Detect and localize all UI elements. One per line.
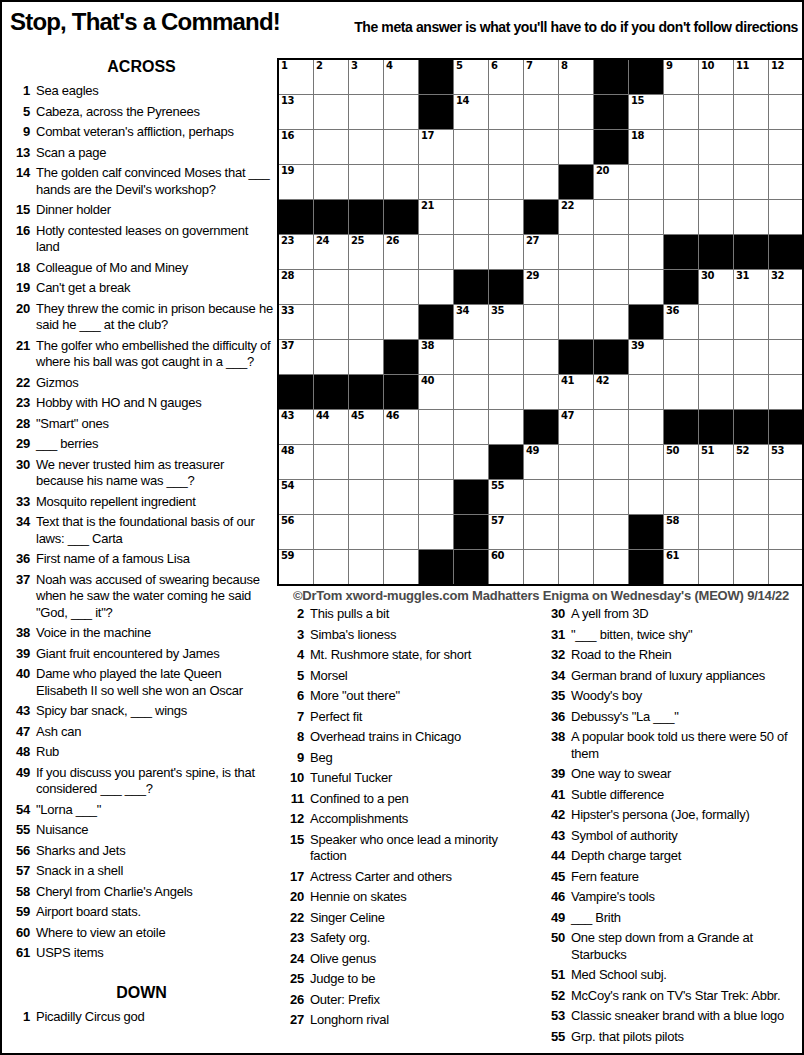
cell-r10c7[interactable] bbox=[489, 375, 523, 409]
clue-number: 9 bbox=[284, 750, 304, 767]
clue-number: 5 bbox=[10, 104, 30, 121]
cell-r8c9[interactable] bbox=[559, 305, 593, 339]
black-cell-r10c4 bbox=[384, 375, 418, 409]
clue-number: 36 bbox=[545, 709, 565, 726]
cell-r12c2[interactable] bbox=[314, 445, 348, 479]
clue-text: Combat veteran's affliction, perhaps bbox=[36, 124, 273, 141]
clue-text: Cheryl from Charlie's Angels bbox=[36, 884, 273, 901]
clue-text: Beg bbox=[310, 750, 536, 767]
cell-r15c15[interactable] bbox=[769, 550, 803, 584]
clue-across-16: 16Hotly contested leases on government l… bbox=[10, 223, 273, 256]
clue-across-23: 23Hobby with HO and N gauges bbox=[10, 395, 273, 412]
cell-r13c3[interactable] bbox=[349, 480, 383, 514]
clue-down-15: 15Speaker who once lead a minority facti… bbox=[284, 832, 536, 865]
cell-r4c14[interactable] bbox=[734, 165, 768, 199]
cell-r3c12[interactable] bbox=[664, 130, 698, 164]
cell-r9c13[interactable] bbox=[699, 340, 733, 374]
black-cell-r5c1 bbox=[279, 200, 313, 234]
cell-r4c1[interactable]: 19 bbox=[279, 165, 313, 199]
black-cell-r5c3 bbox=[349, 200, 383, 234]
black-cell-r7c6 bbox=[454, 270, 488, 304]
cell-r13c2[interactable] bbox=[314, 480, 348, 514]
cell-r11c10[interactable] bbox=[594, 410, 628, 444]
cell-r7c10[interactable] bbox=[594, 270, 628, 304]
cell-r12c12[interactable]: 50 bbox=[664, 445, 698, 479]
clue-down-49: 49___ Brith bbox=[545, 910, 804, 927]
clue-number: 33 bbox=[10, 494, 30, 511]
cell-number: 28 bbox=[281, 270, 294, 281]
cell-r9c11[interactable]: 39 bbox=[629, 340, 663, 374]
cell-r13c5[interactable] bbox=[419, 480, 453, 514]
cell-r4c15[interactable] bbox=[769, 165, 803, 199]
cell-r4c5[interactable] bbox=[419, 165, 453, 199]
black-cell-r6c13 bbox=[699, 235, 733, 269]
cell-r11c4[interactable]: 46 bbox=[384, 410, 418, 444]
cell-r15c14[interactable] bbox=[734, 550, 768, 584]
clue-down-38: 38A popular book told us there were 50 o… bbox=[545, 729, 804, 762]
clue-number: 39 bbox=[545, 766, 565, 783]
black-cell-r11c15 bbox=[769, 410, 803, 444]
cell-r3c15[interactable] bbox=[769, 130, 803, 164]
cell-r8c14[interactable] bbox=[734, 305, 768, 339]
clue-down-6: 6More "out there" bbox=[284, 688, 536, 705]
cell-r3c5[interactable]: 17 bbox=[419, 130, 453, 164]
cell-r12c4[interactable] bbox=[384, 445, 418, 479]
clue-down-4: 4Mt. Rushmore state, for short bbox=[284, 647, 536, 664]
clue-down-41: 41Subtle difference bbox=[545, 787, 804, 804]
clue-down-20: 20Hennie on skates bbox=[284, 889, 536, 906]
cell-r9c1[interactable]: 37 bbox=[279, 340, 313, 374]
cell-r3c7[interactable] bbox=[489, 130, 523, 164]
clue-down-45: 45Fern feature bbox=[545, 869, 804, 886]
clue-across-43: 43Spicy bar snack, ___ wings bbox=[10, 703, 273, 720]
clue-text: Longhorn rival bbox=[310, 1012, 536, 1029]
cell-r10c5[interactable]: 40 bbox=[419, 375, 453, 409]
cell-r5c15[interactable] bbox=[769, 200, 803, 234]
clue-across-58: 58Cheryl from Charlie's Angels bbox=[10, 884, 273, 901]
cell-number: 1 bbox=[281, 60, 287, 71]
clue-number: 6 bbox=[284, 688, 304, 705]
cell-r2c8[interactable] bbox=[524, 95, 558, 129]
cell-number: 6 bbox=[491, 60, 497, 71]
clue-number: 29 bbox=[10, 436, 30, 453]
clue-across-21: 21The golfer who embellished the difficu… bbox=[10, 338, 273, 371]
cell-r7c1[interactable]: 28 bbox=[279, 270, 313, 304]
cell-r8c10[interactable] bbox=[594, 305, 628, 339]
clue-down-9: 9Beg bbox=[284, 750, 536, 767]
clue-across-20: 20They threw the comic in prison because… bbox=[10, 301, 273, 334]
cell-r10c8[interactable] bbox=[524, 375, 558, 409]
cell-r12c3[interactable] bbox=[349, 445, 383, 479]
clue-across-39: 39Giant fruit encountered by James bbox=[10, 646, 273, 663]
clue-text: Voice in the machine bbox=[36, 625, 273, 642]
cell-r6c7[interactable] bbox=[489, 235, 523, 269]
cell-r15c12[interactable]: 61 bbox=[664, 550, 698, 584]
clue-number: 20 bbox=[284, 889, 304, 906]
cell-number: 12 bbox=[771, 60, 784, 71]
cell-r1c3[interactable]: 3 bbox=[349, 60, 383, 94]
cell-number: 9 bbox=[666, 60, 672, 71]
clue-across-9: 9Combat veteran's affliction, perhaps bbox=[10, 124, 273, 141]
cell-r6c5[interactable] bbox=[419, 235, 453, 269]
cell-r7c3[interactable] bbox=[349, 270, 383, 304]
cell-r8c4[interactable] bbox=[384, 305, 418, 339]
cell-r9c3[interactable] bbox=[349, 340, 383, 374]
black-cell-r11c14 bbox=[734, 410, 768, 444]
cell-r13c11[interactable] bbox=[629, 480, 663, 514]
black-cell-r15c5 bbox=[419, 550, 453, 584]
clue-number: 5 bbox=[284, 668, 304, 685]
clue-down-39: 39One way to swear bbox=[545, 766, 804, 783]
cell-r15c4[interactable] bbox=[384, 550, 418, 584]
cell-r5c6[interactable] bbox=[454, 200, 488, 234]
cell-r1c9[interactable]: 8 bbox=[559, 60, 593, 94]
cell-r11c2[interactable]: 44 bbox=[314, 410, 348, 444]
cell-r15c7[interactable]: 60 bbox=[489, 550, 523, 584]
cell-r5c5[interactable]: 21 bbox=[419, 200, 453, 234]
cell-r12c6[interactable] bbox=[454, 445, 488, 479]
cell-number: 44 bbox=[316, 410, 329, 421]
clue-number: 13 bbox=[10, 145, 30, 162]
cell-r6c9[interactable] bbox=[559, 235, 593, 269]
cell-r1c15[interactable]: 12 bbox=[769, 60, 803, 94]
cell-r14c2[interactable] bbox=[314, 515, 348, 549]
clue-text: Gizmos bbox=[36, 375, 273, 392]
cell-r15c8[interactable] bbox=[524, 550, 558, 584]
cell-r5c12[interactable] bbox=[664, 200, 698, 234]
cell-r14c3[interactable] bbox=[349, 515, 383, 549]
cell-r1c2[interactable]: 2 bbox=[314, 60, 348, 94]
cell-r5c13[interactable] bbox=[699, 200, 733, 234]
cell-r6c11[interactable] bbox=[629, 235, 663, 269]
clue-number: 44 bbox=[545, 848, 565, 865]
cell-r13c8[interactable] bbox=[524, 480, 558, 514]
clue-text: ___ Brith bbox=[571, 910, 804, 927]
cell-r7c5[interactable] bbox=[419, 270, 453, 304]
cell-r12c9[interactable] bbox=[559, 445, 593, 479]
cell-r14c13[interactable] bbox=[699, 515, 733, 549]
cell-r3c1[interactable]: 16 bbox=[279, 130, 313, 164]
cell-r7c13[interactable]: 30 bbox=[699, 270, 733, 304]
clue-down-30: 30A yell from 3D bbox=[545, 606, 804, 623]
cell-r8c13[interactable] bbox=[699, 305, 733, 339]
cell-r11c7[interactable] bbox=[489, 410, 523, 444]
clue-number: 11 bbox=[284, 791, 304, 808]
clue-down-26: 26Outer: Prefix bbox=[284, 992, 536, 1009]
cell-r15c10[interactable] bbox=[594, 550, 628, 584]
clue-number: 32 bbox=[545, 647, 565, 664]
cell-r2c7[interactable] bbox=[489, 95, 523, 129]
clue-text: Fern feature bbox=[571, 869, 804, 886]
clue-number: 7 bbox=[284, 709, 304, 726]
cell-r1c6[interactable]: 5 bbox=[454, 60, 488, 94]
cell-r14c15[interactable] bbox=[769, 515, 803, 549]
cell-r14c1[interactable]: 56 bbox=[279, 515, 313, 549]
cell-r8c1[interactable]: 33 bbox=[279, 305, 313, 339]
cell-r2c2[interactable] bbox=[314, 95, 348, 129]
cell-r9c15[interactable] bbox=[769, 340, 803, 374]
cell-r3c9[interactable] bbox=[559, 130, 593, 164]
cell-r4c13[interactable] bbox=[699, 165, 733, 199]
cell-r2c13[interactable] bbox=[699, 95, 733, 129]
cell-r13c14[interactable] bbox=[734, 480, 768, 514]
cell-r6c4[interactable]: 26 bbox=[384, 235, 418, 269]
clue-down-8: 8Overhead trains in Chicago bbox=[284, 729, 536, 746]
cell-r4c11[interactable] bbox=[629, 165, 663, 199]
black-cell-r9c4 bbox=[384, 340, 418, 374]
cell-r4c10[interactable]: 20 bbox=[594, 165, 628, 199]
cell-r13c15[interactable] bbox=[769, 480, 803, 514]
cell-r4c4[interactable] bbox=[384, 165, 418, 199]
clue-across-57: 57Snack in a shell bbox=[10, 863, 273, 880]
cell-r8c2[interactable] bbox=[314, 305, 348, 339]
cell-r6c2[interactable]: 24 bbox=[314, 235, 348, 269]
cell-r2c9[interactable] bbox=[559, 95, 593, 129]
black-cell-r7c12 bbox=[664, 270, 698, 304]
cell-r8c8[interactable] bbox=[524, 305, 558, 339]
cell-number: 26 bbox=[386, 235, 399, 246]
cell-r5c9[interactable]: 22 bbox=[559, 200, 593, 234]
cell-r3c14[interactable] bbox=[734, 130, 768, 164]
cell-r13c7[interactable]: 55 bbox=[489, 480, 523, 514]
cell-r2c11[interactable]: 15 bbox=[629, 95, 663, 129]
cell-number: 57 bbox=[491, 515, 504, 526]
cell-number: 45 bbox=[351, 410, 364, 421]
cell-number: 8 bbox=[561, 60, 567, 71]
cell-r12c1[interactable]: 48 bbox=[279, 445, 313, 479]
clue-text: Judge to be bbox=[310, 971, 536, 988]
black-cell-r11c8 bbox=[524, 410, 558, 444]
black-cell-r10c2 bbox=[314, 375, 348, 409]
black-cell-r14c6 bbox=[454, 515, 488, 549]
cell-r6c8[interactable]: 27 bbox=[524, 235, 558, 269]
cell-r3c3[interactable] bbox=[349, 130, 383, 164]
cell-r14c5[interactable] bbox=[419, 515, 453, 549]
cell-r2c15[interactable] bbox=[769, 95, 803, 129]
black-cell-r14c11 bbox=[629, 515, 663, 549]
cell-r6c3[interactable]: 25 bbox=[349, 235, 383, 269]
cell-r7c4[interactable] bbox=[384, 270, 418, 304]
cell-r2c1[interactable]: 13 bbox=[279, 95, 313, 129]
cell-r9c8[interactable] bbox=[524, 340, 558, 374]
cell-r12c5[interactable] bbox=[419, 445, 453, 479]
cell-r8c15[interactable] bbox=[769, 305, 803, 339]
cell-number: 19 bbox=[281, 165, 294, 176]
cell-r14c7[interactable]: 57 bbox=[489, 515, 523, 549]
clue-down-36: 36Debussy's "La ___" bbox=[545, 709, 804, 726]
cell-r9c6[interactable] bbox=[454, 340, 488, 374]
cell-r9c5[interactable]: 38 bbox=[419, 340, 453, 374]
cell-r5c10[interactable] bbox=[594, 200, 628, 234]
cell-r10c13[interactable] bbox=[699, 375, 733, 409]
cell-r9c14[interactable] bbox=[734, 340, 768, 374]
clue-number: 20 bbox=[10, 301, 30, 334]
cell-r3c13[interactable] bbox=[699, 130, 733, 164]
clue-text: Spicy bar snack, ___ wings bbox=[36, 703, 273, 720]
cell-r4c12[interactable] bbox=[664, 165, 698, 199]
clue-number: 61 bbox=[10, 945, 30, 962]
cell-r15c2[interactable] bbox=[314, 550, 348, 584]
clue-down-27: 27Longhorn rival bbox=[284, 1012, 536, 1029]
cell-r4c7[interactable] bbox=[489, 165, 523, 199]
cell-number: 58 bbox=[666, 515, 679, 526]
cell-r2c14[interactable] bbox=[734, 95, 768, 129]
cell-r12c14[interactable]: 52 bbox=[734, 445, 768, 479]
clue-text: Text that is the foundational basis of o… bbox=[36, 514, 273, 547]
cell-number: 22 bbox=[561, 200, 574, 211]
cell-r10c9[interactable]: 41 bbox=[559, 375, 593, 409]
clue-across-33: 33Mosquito repellent ingredient bbox=[10, 494, 273, 511]
cell-r14c14[interactable] bbox=[734, 515, 768, 549]
cell-r2c12[interactable] bbox=[664, 95, 698, 129]
clue-number: 30 bbox=[545, 606, 565, 623]
cell-r12c11[interactable] bbox=[629, 445, 663, 479]
clue-number: 15 bbox=[10, 202, 30, 219]
cell-r11c1[interactable]: 43 bbox=[279, 410, 313, 444]
clue-text: Ash can bbox=[36, 724, 273, 741]
cell-r15c3[interactable] bbox=[349, 550, 383, 584]
cell-r11c9[interactable]: 47 bbox=[559, 410, 593, 444]
clue-down-12: 12Accomplishments bbox=[284, 811, 536, 828]
clue-number: 60 bbox=[10, 925, 30, 942]
cell-r14c12[interactable]: 58 bbox=[664, 515, 698, 549]
cell-r1c8[interactable]: 7 bbox=[524, 60, 558, 94]
cell-r10c6[interactable] bbox=[454, 375, 488, 409]
cell-r15c13[interactable] bbox=[699, 550, 733, 584]
cell-r3c6[interactable] bbox=[454, 130, 488, 164]
clue-across-29: 29___ berries bbox=[10, 436, 273, 453]
cell-r11c3[interactable]: 45 bbox=[349, 410, 383, 444]
clue-text: Hobby with HO and N gauges bbox=[36, 395, 273, 412]
cell-r9c7[interactable] bbox=[489, 340, 523, 374]
clue-text: Morsel bbox=[310, 668, 536, 685]
clue-number: 14 bbox=[10, 165, 30, 198]
cell-r13c4[interactable] bbox=[384, 480, 418, 514]
clue-text: Overhead trains in Chicago bbox=[310, 729, 536, 746]
clue-number: 47 bbox=[10, 724, 30, 741]
cell-r10c10[interactable]: 42 bbox=[594, 375, 628, 409]
black-cell-r1c10 bbox=[594, 60, 628, 94]
cell-r13c10[interactable] bbox=[594, 480, 628, 514]
cell-r14c9[interactable] bbox=[559, 515, 593, 549]
clue-across-30: 30We never trusted him as treasurer beca… bbox=[10, 457, 273, 490]
cell-r9c12[interactable] bbox=[664, 340, 698, 374]
cell-r9c2[interactable] bbox=[314, 340, 348, 374]
clue-number: 36 bbox=[10, 551, 30, 568]
cell-r7c9[interactable] bbox=[559, 270, 593, 304]
cell-r4c8[interactable] bbox=[524, 165, 558, 199]
cell-r13c9[interactable] bbox=[559, 480, 593, 514]
clue-number: 9 bbox=[10, 124, 30, 141]
clue-text: Classic sneaker brand with a blue logo bbox=[571, 1008, 804, 1025]
cell-number: 32 bbox=[771, 270, 784, 281]
cell-r6c10[interactable] bbox=[594, 235, 628, 269]
cell-r15c9[interactable] bbox=[559, 550, 593, 584]
cell-r4c2[interactable] bbox=[314, 165, 348, 199]
clue-text: One way to swear bbox=[571, 766, 804, 783]
cell-r1c12[interactable]: 9 bbox=[664, 60, 698, 94]
cell-r4c6[interactable] bbox=[454, 165, 488, 199]
cell-r3c8[interactable] bbox=[524, 130, 558, 164]
cell-number: 17 bbox=[421, 130, 434, 141]
cell-r7c8[interactable]: 29 bbox=[524, 270, 558, 304]
clue-number: 26 bbox=[284, 992, 304, 1009]
cell-r15c1[interactable]: 59 bbox=[279, 550, 313, 584]
clue-down-34: 34German brand of luxury appliances bbox=[545, 668, 804, 685]
cell-r14c4[interactable] bbox=[384, 515, 418, 549]
cell-r10c15[interactable] bbox=[769, 375, 803, 409]
cell-r6c1[interactable]: 23 bbox=[279, 235, 313, 269]
cell-r12c8[interactable]: 49 bbox=[524, 445, 558, 479]
cell-r1c4[interactable]: 4 bbox=[384, 60, 418, 94]
cell-r1c14[interactable]: 11 bbox=[734, 60, 768, 94]
cell-r1c1[interactable]: 1 bbox=[279, 60, 313, 94]
cell-r10c14[interactable] bbox=[734, 375, 768, 409]
cell-r14c10[interactable] bbox=[594, 515, 628, 549]
cell-r13c13[interactable] bbox=[699, 480, 733, 514]
clue-across-36: 36First name of a famous Lisa bbox=[10, 551, 273, 568]
clue-number: 1 bbox=[10, 1009, 30, 1026]
clue-text: Debussy's "La ___" bbox=[571, 709, 804, 726]
cell-number: 29 bbox=[526, 270, 539, 281]
cell-r1c13[interactable]: 10 bbox=[699, 60, 733, 94]
cell-r11c11[interactable] bbox=[629, 410, 663, 444]
cell-r7c2[interactable] bbox=[314, 270, 348, 304]
cell-r2c4[interactable] bbox=[384, 95, 418, 129]
cell-r6c6[interactable] bbox=[454, 235, 488, 269]
cell-r11c5[interactable] bbox=[419, 410, 453, 444]
cell-r8c12[interactable]: 36 bbox=[664, 305, 698, 339]
cell-r12c15[interactable]: 53 bbox=[769, 445, 803, 479]
clue-number: 15 bbox=[284, 832, 304, 865]
cell-r14c8[interactable] bbox=[524, 515, 558, 549]
cell-r7c15[interactable]: 32 bbox=[769, 270, 803, 304]
cell-number: 34 bbox=[456, 305, 469, 316]
cell-r4c3[interactable] bbox=[349, 165, 383, 199]
cell-r3c4[interactable] bbox=[384, 130, 418, 164]
cell-number: 33 bbox=[281, 305, 294, 316]
cell-r13c1[interactable]: 54 bbox=[279, 480, 313, 514]
cell-r12c10[interactable] bbox=[594, 445, 628, 479]
cell-r13c12[interactable] bbox=[664, 480, 698, 514]
cell-r10c12[interactable] bbox=[664, 375, 698, 409]
cell-number: 52 bbox=[736, 445, 749, 456]
cell-r2c3[interactable] bbox=[349, 95, 383, 129]
black-cell-r2c5 bbox=[419, 95, 453, 129]
across-clue-list: 1Sea eagles5Cabeza, across the Pyrenees9… bbox=[10, 83, 273, 962]
cell-r5c14[interactable] bbox=[734, 200, 768, 234]
cell-r5c11[interactable] bbox=[629, 200, 663, 234]
cell-r3c2[interactable] bbox=[314, 130, 348, 164]
clue-number: 17 bbox=[284, 869, 304, 886]
cell-r11c6[interactable] bbox=[454, 410, 488, 444]
cell-r7c11[interactable] bbox=[629, 270, 663, 304]
clue-text: Sharks and Jets bbox=[36, 843, 273, 860]
cell-r8c3[interactable] bbox=[349, 305, 383, 339]
cell-number: 53 bbox=[771, 445, 784, 456]
cell-r1c7[interactable]: 6 bbox=[489, 60, 523, 94]
cell-number: 41 bbox=[561, 375, 574, 386]
clue-text: Road to the Rhein bbox=[571, 647, 804, 664]
cell-r8c6[interactable]: 34 bbox=[454, 305, 488, 339]
cell-r3c11[interactable]: 18 bbox=[629, 130, 663, 164]
cell-r2c6[interactable]: 14 bbox=[454, 95, 488, 129]
cell-r5c7[interactable] bbox=[489, 200, 523, 234]
cell-r8c7[interactable]: 35 bbox=[489, 305, 523, 339]
cell-r10c11[interactable] bbox=[629, 375, 663, 409]
cell-r7c14[interactable]: 31 bbox=[734, 270, 768, 304]
cell-r12c13[interactable]: 51 bbox=[699, 445, 733, 479]
